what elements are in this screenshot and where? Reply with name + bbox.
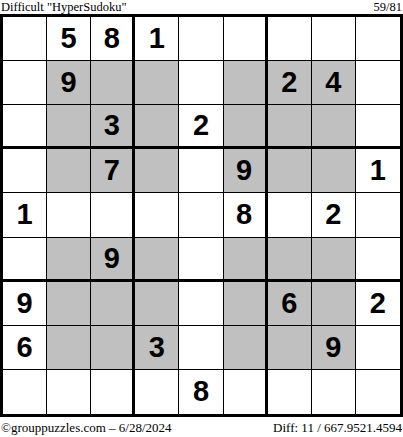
- cell-r2c8[interactable]: 4: [312, 61, 356, 105]
- cell-r9c5[interactable]: 8: [179, 370, 223, 414]
- puzzle-title: Difficult "HyperSudoku": [1, 1, 127, 14]
- cell-r4c4[interactable]: [135, 149, 179, 193]
- cell-r9c1[interactable]: [3, 370, 47, 414]
- cell-r4c3[interactable]: 7: [91, 149, 135, 193]
- cell-r6c2[interactable]: [47, 238, 91, 282]
- cell-r1c6[interactable]: [224, 17, 268, 61]
- cell-r5c2[interactable]: [47, 193, 91, 237]
- cell-r3c8[interactable]: [312, 105, 356, 149]
- sudoku-board: 5819243279118299626398: [0, 14, 403, 417]
- cell-r6c4[interactable]: [135, 238, 179, 282]
- cell-r9c2[interactable]: [47, 370, 91, 414]
- difficulty-text: Diff: 11 / 667.9521.4594: [273, 420, 402, 435]
- cell-r6c9[interactable]: [356, 238, 400, 282]
- cell-r4c1[interactable]: [3, 149, 47, 193]
- cell-r7c6[interactable]: [224, 282, 268, 326]
- cell-r6c5[interactable]: [179, 238, 223, 282]
- cell-r7c8[interactable]: [312, 282, 356, 326]
- cell-r1c3[interactable]: 8: [91, 17, 135, 61]
- cell-r3c9[interactable]: [356, 105, 400, 149]
- cell-r2c5[interactable]: [179, 61, 223, 105]
- cell-r7c2[interactable]: [47, 282, 91, 326]
- cell-r5c7[interactable]: [268, 193, 312, 237]
- cell-r8c4[interactable]: 3: [135, 326, 179, 370]
- cell-r3c2[interactable]: [47, 105, 91, 149]
- cell-r6c7[interactable]: [268, 238, 312, 282]
- cell-r5c8[interactable]: 2: [312, 193, 356, 237]
- cell-r4c7[interactable]: [268, 149, 312, 193]
- cell-r7c4[interactable]: [135, 282, 179, 326]
- cell-r9c9[interactable]: [356, 370, 400, 414]
- cell-r2c9[interactable]: [356, 61, 400, 105]
- cell-r6c3[interactable]: 9: [91, 238, 135, 282]
- cell-r1c4[interactable]: 1: [135, 17, 179, 61]
- cell-r8c5[interactable]: [179, 326, 223, 370]
- cell-r4c8[interactable]: [312, 149, 356, 193]
- cell-r9c4[interactable]: [135, 370, 179, 414]
- cell-r8c9[interactable]: [356, 326, 400, 370]
- cell-r4c2[interactable]: [47, 149, 91, 193]
- cell-r7c5[interactable]: [179, 282, 223, 326]
- cell-r3c6[interactable]: [224, 105, 268, 149]
- cell-r9c3[interactable]: [91, 370, 135, 414]
- cell-r9c6[interactable]: [224, 370, 268, 414]
- cell-r4c6[interactable]: 9: [224, 149, 268, 193]
- cell-r3c1[interactable]: [3, 105, 47, 149]
- cell-r4c5[interactable]: [179, 149, 223, 193]
- cell-r6c1[interactable]: [3, 238, 47, 282]
- remaining-counter: 59/81: [374, 1, 402, 14]
- cell-r8c2[interactable]: [47, 326, 91, 370]
- cell-r7c7[interactable]: 6: [268, 282, 312, 326]
- cell-r2c2[interactable]: 9: [47, 61, 91, 105]
- cell-r8c8[interactable]: 9: [312, 326, 356, 370]
- cell-r5c9[interactable]: [356, 193, 400, 237]
- cell-r1c1[interactable]: [3, 17, 47, 61]
- cell-r1c5[interactable]: [179, 17, 223, 61]
- cell-r1c8[interactable]: [312, 17, 356, 61]
- footer: ©grouppuzzles.com – 6/28/2024 Diff: 11 /…: [0, 417, 403, 437]
- cell-r2c6[interactable]: [224, 61, 268, 105]
- cell-r5c3[interactable]: [91, 193, 135, 237]
- cell-r4c9[interactable]: 1: [356, 149, 400, 193]
- cell-r9c7[interactable]: [268, 370, 312, 414]
- cell-r2c4[interactable]: [135, 61, 179, 105]
- cell-r7c1[interactable]: 9: [3, 282, 47, 326]
- cell-r9c8[interactable]: [312, 370, 356, 414]
- cell-r5c6[interactable]: 8: [224, 193, 268, 237]
- copyright-text: ©grouppuzzles.com – 6/28/2024: [1, 420, 172, 435]
- cell-r8c1[interactable]: 6: [3, 326, 47, 370]
- cell-r5c5[interactable]: [179, 193, 223, 237]
- cell-r1c9[interactable]: [356, 17, 400, 61]
- cell-r3c5[interactable]: 2: [179, 105, 223, 149]
- cell-r8c7[interactable]: [268, 326, 312, 370]
- cell-r1c2[interactable]: 5: [47, 17, 91, 61]
- cell-r7c9[interactable]: 2: [356, 282, 400, 326]
- cell-r5c4[interactable]: [135, 193, 179, 237]
- cell-r5c1[interactable]: 1: [3, 193, 47, 237]
- cell-r3c7[interactable]: [268, 105, 312, 149]
- cell-r2c1[interactable]: [3, 61, 47, 105]
- cell-r7c3[interactable]: [91, 282, 135, 326]
- cell-r6c8[interactable]: [312, 238, 356, 282]
- cell-r2c3[interactable]: [91, 61, 135, 105]
- cell-r8c6[interactable]: [224, 326, 268, 370]
- cell-r6c6[interactable]: [224, 238, 268, 282]
- cell-r8c3[interactable]: [91, 326, 135, 370]
- header: Difficult "HyperSudoku" 59/81: [0, 0, 403, 14]
- cell-r3c3[interactable]: 3: [91, 105, 135, 149]
- cell-r3c4[interactable]: [135, 105, 179, 149]
- cell-r2c7[interactable]: 2: [268, 61, 312, 105]
- cell-r1c7[interactable]: [268, 17, 312, 61]
